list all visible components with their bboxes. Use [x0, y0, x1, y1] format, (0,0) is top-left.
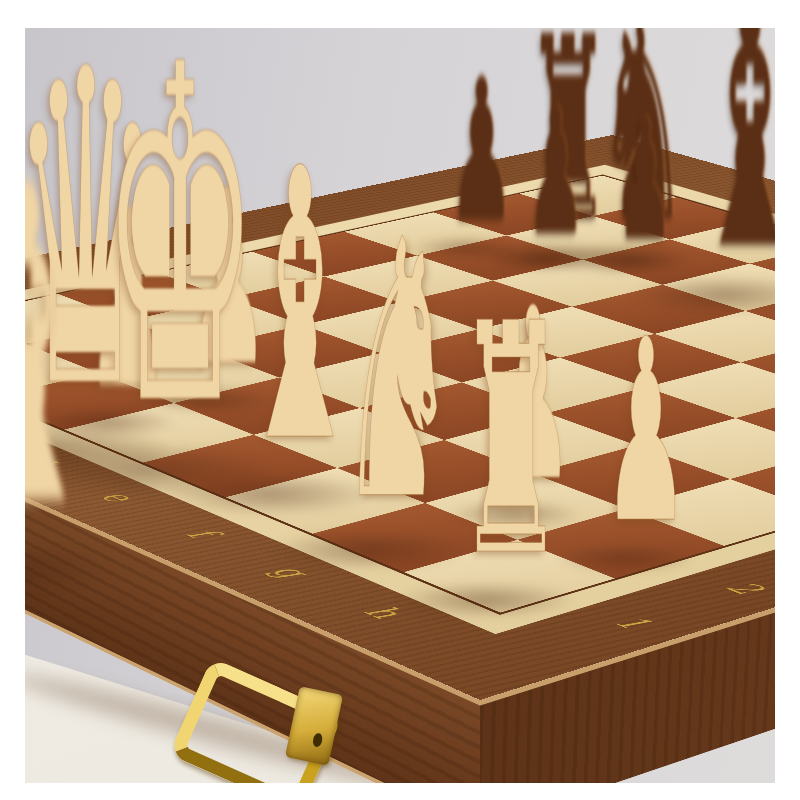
- white-bishop-c1[interactable]: ♝: [25, 130, 110, 568]
- white-knight-g1[interactable]: ♞: [330, 195, 465, 550]
- black-pawn-c7[interactable]: ♟: [613, 96, 676, 262]
- photo-area: a8b7c6d5e4f3g2h1 ♟♜♞♟♟♝♟♟♛♚♝♟♞♟♝♜: [25, 28, 775, 783]
- product-photo-page: { "game": "chess", "scene": { "descripti…: [0, 0, 800, 800]
- black-pawn-b7[interactable]: ♟: [523, 86, 589, 260]
- pieces-layer: ♟♜♞♟♟♝♟♟♛♚♝♟♞♟♝♜: [25, 28, 775, 783]
- black-bishop-c8[interactable]: ♝: [686, 28, 775, 295]
- white-rook-h1[interactable]: ♜: [451, 282, 572, 600]
- white-pawn-h2[interactable]: ♟: [598, 306, 694, 558]
